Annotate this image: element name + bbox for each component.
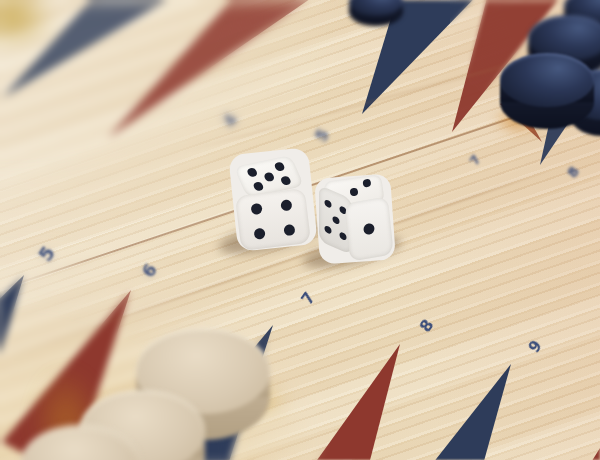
die-pip <box>363 223 375 236</box>
left-die-front-face <box>235 188 311 251</box>
die-pip <box>281 199 293 211</box>
die-pip <box>280 176 293 186</box>
point-number: 4 <box>222 112 240 129</box>
point-number: 7 <box>300 290 318 307</box>
point-number: 8 <box>417 317 436 335</box>
point-number: 5 <box>314 127 332 144</box>
die-pip <box>273 161 286 171</box>
point-number: 6 <box>140 261 161 280</box>
right-die-right-face <box>344 196 393 261</box>
background-object-blur <box>0 0 54 48</box>
light-checker[interactable] <box>21 425 139 460</box>
dark-checker-top-face <box>500 53 594 107</box>
backgammon-board-photo: 567894578 <box>0 0 600 460</box>
point-number: 5 <box>35 243 58 265</box>
die-pip <box>349 187 358 196</box>
die-pip <box>332 215 339 225</box>
die-pip <box>246 167 259 177</box>
die-pip <box>252 182 265 192</box>
die-pip <box>250 203 262 215</box>
die-pip <box>324 225 331 235</box>
point-number: 8 <box>564 164 581 180</box>
dark-checker[interactable] <box>500 53 594 129</box>
point-number: 7 <box>467 153 483 168</box>
die-pip <box>253 227 265 239</box>
die-pip <box>362 179 371 188</box>
die-pip <box>263 171 276 181</box>
dark-checker[interactable] <box>349 0 403 26</box>
die-pip <box>324 198 331 208</box>
die-pip <box>284 223 296 235</box>
point-number: 9 <box>527 338 545 355</box>
light-checker-top-face <box>21 425 139 460</box>
die-pip <box>340 232 347 242</box>
